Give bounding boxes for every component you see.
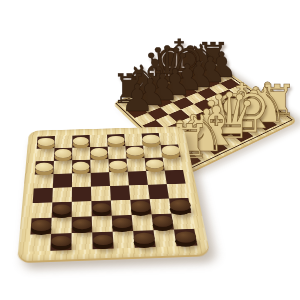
checkers-square	[165, 170, 186, 184]
checkers-square	[91, 200, 111, 216]
checkers-square	[72, 173, 91, 187]
checkers-square	[91, 186, 111, 201]
checkers-square	[148, 184, 169, 199]
checkers-square	[108, 146, 127, 159]
checkers-square	[72, 232, 93, 250]
checkers-square	[92, 232, 113, 250]
checkers-square	[152, 214, 174, 231]
checkers-square	[130, 199, 151, 215]
checkers-square	[163, 157, 183, 171]
checkers-square	[72, 201, 92, 217]
checkers-square	[72, 160, 91, 174]
checkers-square	[171, 213, 194, 230]
checkers-square	[133, 230, 156, 248]
product-photo-scene: ♜♞♝♛♚♝♞♜♟♟♟♟♟♟♟♟♟♟♟♟♟♟♟♟♜♞♝♛♚♝♞♜	[0, 0, 300, 300]
checkers-square	[32, 202, 53, 218]
checkers-square	[107, 134, 125, 146]
checkers-board	[17, 126, 210, 261]
checkers-square	[129, 185, 150, 200]
checkers-square	[91, 172, 110, 186]
checkers-square	[72, 216, 93, 233]
checkers-square	[174, 229, 197, 246]
checkers-square	[145, 157, 165, 171]
checkers-square	[110, 185, 130, 200]
checkers-square	[51, 217, 72, 234]
checkers-square	[125, 146, 144, 159]
checkers-square	[169, 198, 191, 214]
checkers-playing-area	[29, 133, 197, 252]
checkers-square	[52, 202, 72, 218]
checkers-square	[72, 187, 92, 202]
checkers-square	[54, 136, 72, 149]
checkers-square	[146, 170, 167, 184]
checkers-square	[127, 158, 147, 172]
checkers-square	[36, 148, 55, 161]
checkers-square	[53, 160, 72, 174]
checkers-square	[143, 145, 163, 158]
checkers-square	[90, 159, 109, 173]
checkers-square	[113, 231, 135, 249]
checkers-square	[54, 148, 72, 161]
checkers-square	[90, 147, 108, 160]
checkers-square	[37, 136, 55, 149]
checkers-square	[111, 200, 132, 216]
checkers-square	[92, 216, 113, 233]
checkers-square	[128, 171, 148, 185]
checkers-square	[142, 133, 161, 145]
checkers-square	[167, 184, 189, 199]
checkers-square	[34, 174, 54, 188]
checkers-square	[52, 187, 72, 202]
checkers-square	[53, 173, 72, 187]
checkers-square	[90, 135, 108, 148]
checkers-square	[132, 214, 154, 231]
checkers-square	[29, 234, 51, 252]
checkers-square	[72, 147, 90, 160]
checkers-square	[159, 133, 178, 145]
checkers-square	[108, 159, 127, 173]
checkers-square	[112, 215, 133, 232]
checkers-square	[33, 188, 53, 203]
checkers-square	[35, 161, 54, 175]
checkers-square	[161, 144, 181, 157]
checkers-board-surface	[17, 126, 210, 261]
checkers-square	[50, 233, 71, 251]
checkers-square	[109, 172, 129, 186]
checkers-square	[30, 218, 51, 235]
checkers-square	[72, 135, 90, 148]
checkers-square	[150, 199, 172, 215]
checkers-square	[124, 134, 143, 146]
checkers-square	[154, 230, 177, 248]
